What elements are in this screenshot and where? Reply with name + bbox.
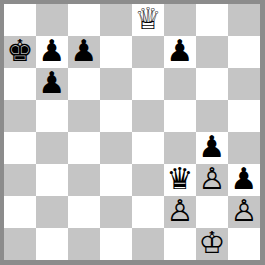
square-c5[interactable]: [68, 100, 100, 132]
square-f7[interactable]: ♟: [164, 36, 196, 68]
square-c1[interactable]: [68, 228, 100, 260]
black-pawn: ♟: [71, 36, 98, 67]
square-a5[interactable]: [4, 100, 36, 132]
square-b7[interactable]: ♟: [36, 36, 68, 68]
square-d6[interactable]: [100, 68, 132, 100]
square-b1[interactable]: [36, 228, 68, 260]
square-d5[interactable]: [100, 100, 132, 132]
white-pawn: ♙: [231, 196, 258, 227]
square-a8[interactable]: [4, 4, 36, 36]
square-e7[interactable]: [132, 36, 164, 68]
square-f5[interactable]: [164, 100, 196, 132]
white-pawn: ♙: [167, 196, 194, 227]
square-f8[interactable]: [164, 4, 196, 36]
square-h2[interactable]: ♙: [228, 196, 260, 228]
square-f3[interactable]: ♛: [164, 164, 196, 196]
square-e4[interactable]: [132, 132, 164, 164]
square-d1[interactable]: [100, 228, 132, 260]
square-b3[interactable]: [36, 164, 68, 196]
square-g4[interactable]: ♟: [196, 132, 228, 164]
square-g6[interactable]: [196, 68, 228, 100]
square-c3[interactable]: [68, 164, 100, 196]
square-b6[interactable]: ♟: [36, 68, 68, 100]
square-h5[interactable]: [228, 100, 260, 132]
square-a1[interactable]: [4, 228, 36, 260]
square-a7[interactable]: ♚: [4, 36, 36, 68]
square-d7[interactable]: [100, 36, 132, 68]
chess-board-frame: ♕♚♟♟♟♟♟♛♙♟♙♙♔: [0, 0, 265, 265]
white-queen: ♕: [135, 4, 162, 35]
square-e1[interactable]: [132, 228, 164, 260]
square-h8[interactable]: [228, 4, 260, 36]
square-e5[interactable]: [132, 100, 164, 132]
square-g1[interactable]: ♔: [196, 228, 228, 260]
square-b4[interactable]: [36, 132, 68, 164]
square-d3[interactable]: [100, 164, 132, 196]
square-e3[interactable]: [132, 164, 164, 196]
square-c8[interactable]: [68, 4, 100, 36]
square-e6[interactable]: [132, 68, 164, 100]
square-h7[interactable]: [228, 36, 260, 68]
square-h6[interactable]: [228, 68, 260, 100]
square-f6[interactable]: [164, 68, 196, 100]
square-g8[interactable]: [196, 4, 228, 36]
square-a4[interactable]: [4, 132, 36, 164]
white-pawn: ♙: [199, 164, 226, 195]
square-b5[interactable]: [36, 100, 68, 132]
square-a6[interactable]: [4, 68, 36, 100]
square-c7[interactable]: ♟: [68, 36, 100, 68]
square-h1[interactable]: [228, 228, 260, 260]
square-d4[interactable]: [100, 132, 132, 164]
chess-board: ♕♚♟♟♟♟♟♛♙♟♙♙♔: [4, 4, 260, 260]
square-a3[interactable]: [4, 164, 36, 196]
square-g7[interactable]: [196, 36, 228, 68]
black-pawn: ♟: [39, 36, 66, 67]
square-f2[interactable]: ♙: [164, 196, 196, 228]
black-king: ♚: [7, 36, 34, 67]
square-e8[interactable]: ♕: [132, 4, 164, 36]
square-d2[interactable]: [100, 196, 132, 228]
square-b8[interactable]: [36, 4, 68, 36]
square-h3[interactable]: ♟: [228, 164, 260, 196]
square-e2[interactable]: [132, 196, 164, 228]
square-h4[interactable]: [228, 132, 260, 164]
square-f1[interactable]: [164, 228, 196, 260]
square-d8[interactable]: [100, 4, 132, 36]
black-pawn: ♟: [231, 164, 258, 195]
square-c4[interactable]: [68, 132, 100, 164]
square-g5[interactable]: [196, 100, 228, 132]
square-b2[interactable]: [36, 196, 68, 228]
square-c2[interactable]: [68, 196, 100, 228]
white-king: ♔: [199, 228, 226, 259]
square-g3[interactable]: ♙: [196, 164, 228, 196]
square-g2[interactable]: [196, 196, 228, 228]
black-queen: ♛: [167, 164, 194, 195]
square-c6[interactable]: [68, 68, 100, 100]
square-f4[interactable]: [164, 132, 196, 164]
black-pawn: ♟: [39, 68, 66, 99]
black-pawn: ♟: [167, 36, 194, 67]
square-a2[interactable]: [4, 196, 36, 228]
black-pawn: ♟: [199, 132, 226, 163]
